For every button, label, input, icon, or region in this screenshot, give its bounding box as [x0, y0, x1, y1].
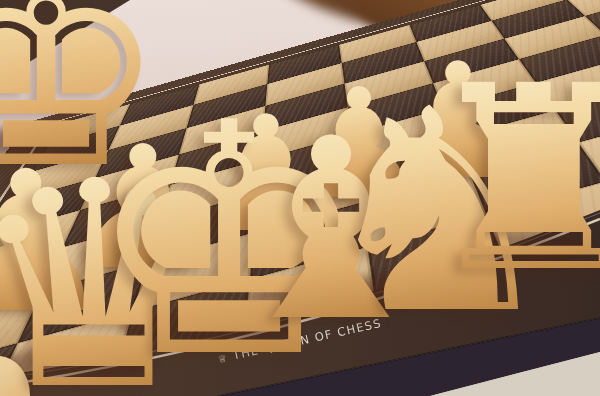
chess-photo-scene: ♕THE QUEEN OF CHESS ♚♟♟♟♟♟♛♚♝♞♜ [0, 0, 600, 396]
piece-rook: ♜ [534, 52, 600, 307]
rook-glyph: ♜ [420, 52, 600, 307]
